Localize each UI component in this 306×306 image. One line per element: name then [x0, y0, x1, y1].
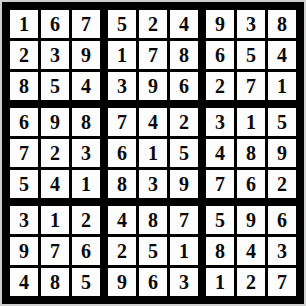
cell-r6c1[interactable]: 5	[10, 170, 38, 198]
cell-r2c5[interactable]: 7	[139, 41, 167, 69]
cell-r8c9[interactable]: 3	[268, 237, 296, 265]
cell-r8c8[interactable]: 4	[237, 237, 265, 265]
cell-r6c3[interactable]: 1	[72, 170, 100, 198]
cell-r6c6[interactable]: 9	[170, 170, 198, 198]
cell-r2c7[interactable]: 6	[206, 41, 234, 69]
cell-r9c4[interactable]: 9	[108, 268, 136, 296]
cell-r4c5[interactable]: 4	[139, 108, 167, 136]
board-row-7: 3 1 2 4 8 7 5 9 6	[10, 206, 296, 234]
board-frame: 1 6 7 5 2 4 9 3 8 2 3 9 1 7 8 6 5 4 8 5 …	[2, 2, 304, 304]
cell-r6c4[interactable]: 8	[108, 170, 136, 198]
board-row-6: 5 4 1 8 3 9 7 6 2	[10, 170, 296, 198]
cell-r5c3[interactable]: 3	[72, 139, 100, 167]
board-row-4: 6 9 8 7 4 2 3 1 5	[10, 108, 296, 136]
cell-r2c6[interactable]: 8	[170, 41, 198, 69]
cell-r3c1[interactable]: 8	[10, 72, 38, 100]
cell-r2c3[interactable]: 9	[72, 41, 100, 69]
cell-r4c7[interactable]: 3	[206, 108, 234, 136]
cell-r7c4[interactable]: 4	[108, 206, 136, 234]
cell-r7c1[interactable]: 3	[10, 206, 38, 234]
cell-r4c1[interactable]: 6	[10, 108, 38, 136]
cell-r1c2[interactable]: 6	[41, 10, 69, 38]
cell-r1c9[interactable]: 8	[268, 10, 296, 38]
cell-r3c3[interactable]: 4	[72, 72, 100, 100]
board-row-5: 7 2 3 6 1 5 4 8 9	[10, 139, 296, 167]
cell-r3c4[interactable]: 3	[108, 72, 136, 100]
cell-r6c9[interactable]: 2	[268, 170, 296, 198]
cell-r2c4[interactable]: 1	[108, 41, 136, 69]
cell-r2c8[interactable]: 5	[237, 41, 265, 69]
cell-r5c9[interactable]: 9	[268, 139, 296, 167]
cell-r1c6[interactable]: 4	[170, 10, 198, 38]
cell-r9c7[interactable]: 1	[206, 268, 234, 296]
cell-r1c1[interactable]: 1	[10, 10, 38, 38]
sudoku-board: 1 6 7 5 2 4 9 3 8 2 3 9 1 7 8 6 5 4 8 5 …	[0, 0, 306, 306]
cell-r1c7[interactable]: 9	[206, 10, 234, 38]
cell-r9c1[interactable]: 4	[10, 268, 38, 296]
cell-r7c7[interactable]: 5	[206, 206, 234, 234]
cell-r2c9[interactable]: 4	[268, 41, 296, 69]
cell-r8c4[interactable]: 2	[108, 237, 136, 265]
cell-r4c9[interactable]: 5	[268, 108, 296, 136]
cell-r6c2[interactable]: 4	[41, 170, 69, 198]
cell-r3c7[interactable]: 2	[206, 72, 234, 100]
cell-r6c7[interactable]: 7	[206, 170, 234, 198]
cell-r1c5[interactable]: 2	[139, 10, 167, 38]
cell-r5c8[interactable]: 8	[237, 139, 265, 167]
cell-r7c8[interactable]: 9	[237, 206, 265, 234]
cell-r1c8[interactable]: 3	[237, 10, 265, 38]
cell-r4c2[interactable]: 9	[41, 108, 69, 136]
cell-r7c6[interactable]: 7	[170, 206, 198, 234]
cell-r8c5[interactable]: 5	[139, 237, 167, 265]
cell-r5c6[interactable]: 5	[170, 139, 198, 167]
board-row-2: 2 3 9 1 7 8 6 5 4	[10, 41, 296, 69]
cell-r8c2[interactable]: 7	[41, 237, 69, 265]
cell-r8c3[interactable]: 6	[72, 237, 100, 265]
board-row-3: 8 5 4 3 9 6 2 7 1	[10, 72, 296, 100]
cell-r7c9[interactable]: 6	[268, 206, 296, 234]
cell-r9c3[interactable]: 5	[72, 268, 100, 296]
cell-r6c8[interactable]: 6	[237, 170, 265, 198]
cell-r4c4[interactable]: 7	[108, 108, 136, 136]
cell-r6c5[interactable]: 3	[139, 170, 167, 198]
cell-r2c1[interactable]: 2	[10, 41, 38, 69]
cell-r3c2[interactable]: 5	[41, 72, 69, 100]
cell-r8c7[interactable]: 8	[206, 237, 234, 265]
cell-r9c8[interactable]: 2	[237, 268, 265, 296]
cell-r3c5[interactable]: 9	[139, 72, 167, 100]
cell-r9c9[interactable]: 7	[268, 268, 296, 296]
cell-r3c6[interactable]: 6	[170, 72, 198, 100]
cell-r9c5[interactable]: 6	[139, 268, 167, 296]
cell-r3c8[interactable]: 7	[237, 72, 265, 100]
cell-r5c1[interactable]: 7	[10, 139, 38, 167]
cell-r7c5[interactable]: 8	[139, 206, 167, 234]
cell-r3c9[interactable]: 1	[268, 72, 296, 100]
board-row-9: 4 8 5 9 6 3 1 2 7	[10, 268, 296, 296]
cell-r5c5[interactable]: 1	[139, 139, 167, 167]
cell-r8c6[interactable]: 1	[170, 237, 198, 265]
cell-r7c3[interactable]: 2	[72, 206, 100, 234]
cell-r5c2[interactable]: 2	[41, 139, 69, 167]
cell-r4c8[interactable]: 1	[237, 108, 265, 136]
cell-r1c3[interactable]: 7	[72, 10, 100, 38]
cell-r7c2[interactable]: 1	[41, 206, 69, 234]
cell-r2c2[interactable]: 3	[41, 41, 69, 69]
cell-r8c1[interactable]: 9	[10, 237, 38, 265]
cell-r9c6[interactable]: 3	[170, 268, 198, 296]
cell-r5c7[interactable]: 4	[206, 139, 234, 167]
cell-r4c6[interactable]: 2	[170, 108, 198, 136]
board-row-1: 1 6 7 5 2 4 9 3 8	[10, 10, 296, 38]
board-row-8: 9 7 6 2 5 1 8 4 3	[10, 237, 296, 265]
cell-r9c2[interactable]: 8	[41, 268, 69, 296]
cell-r4c3[interactable]: 8	[72, 108, 100, 136]
cell-r1c4[interactable]: 5	[108, 10, 136, 38]
cell-r5c4[interactable]: 6	[108, 139, 136, 167]
